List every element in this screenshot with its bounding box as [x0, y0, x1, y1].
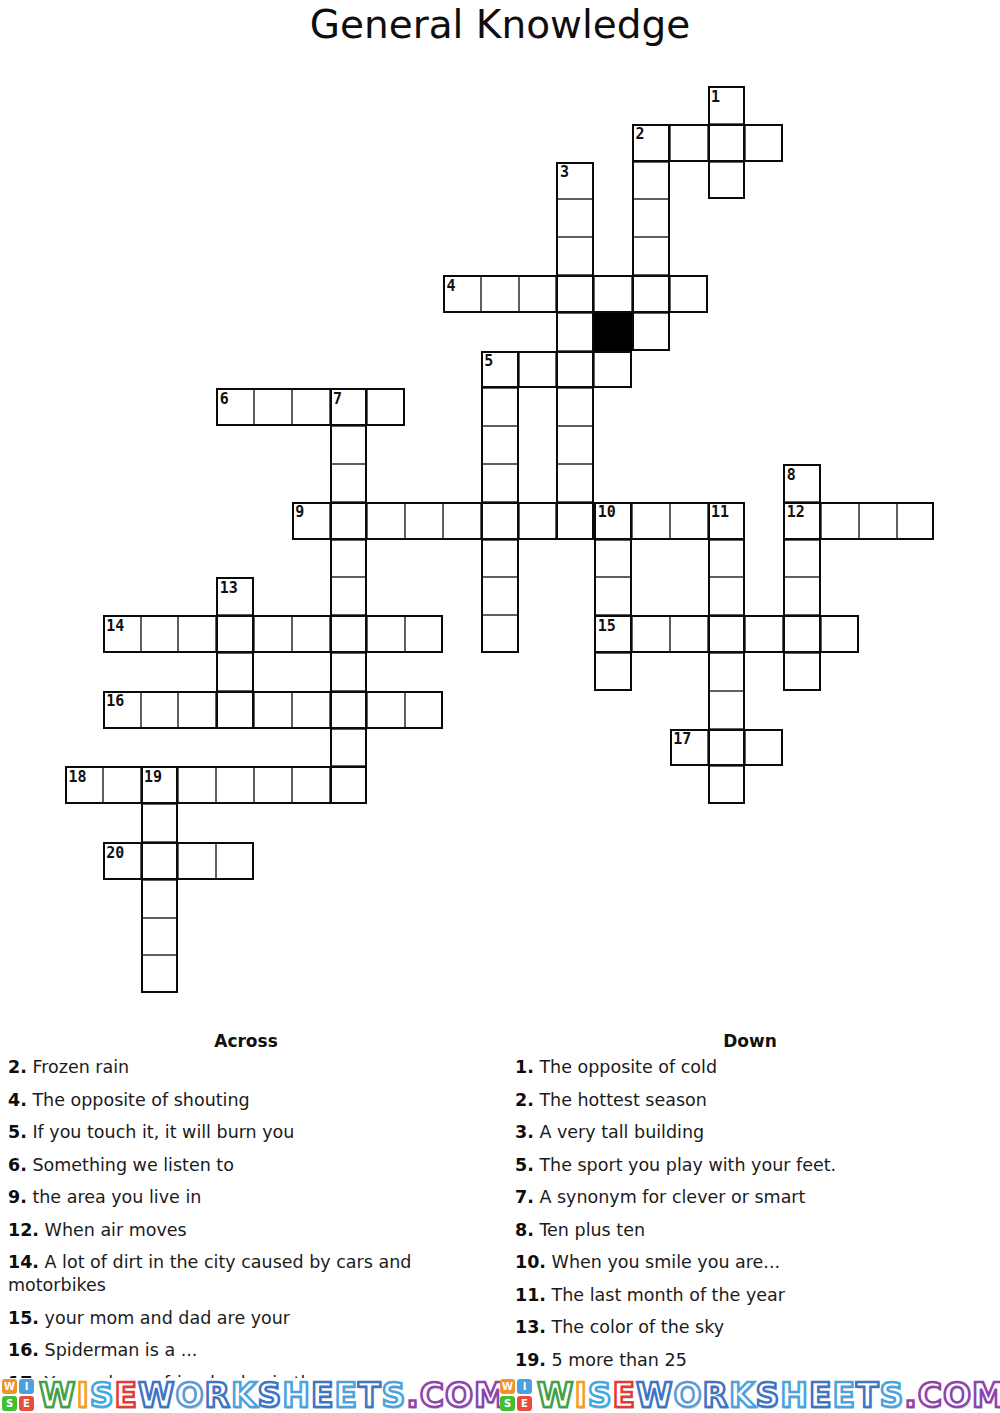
watermark-letter: I	[76, 1376, 89, 1413]
watermark-text: WISEWORKSHEETS.COM	[537, 1376, 1000, 1413]
cell-r17c16[interactable]	[670, 729, 708, 767]
cell-r14c17[interactable]	[708, 615, 746, 653]
cell-r16c2[interactable]	[141, 691, 179, 729]
cell-r18c17[interactable]	[708, 766, 746, 804]
cell-r11c14[interactable]	[594, 502, 632, 540]
clue-across-14: 14. A lot of dirt in the city caused by …	[8, 1251, 460, 1297]
cell-r5c10[interactable]	[443, 275, 481, 313]
cell-r10c19[interactable]	[783, 464, 821, 502]
cell-r16c4[interactable]	[216, 691, 254, 729]
cell-r20c2[interactable]	[141, 842, 179, 880]
logo-tile-I: I	[19, 1379, 34, 1394]
cell-r11c8[interactable]	[367, 502, 405, 540]
wiseworksheets-logo-icon: WISE	[2, 1379, 34, 1411]
cell-r12c7[interactable]	[330, 540, 368, 578]
cell-r15c7[interactable]	[330, 653, 368, 691]
watermark-letter: W	[138, 1376, 175, 1413]
cell-r9c11[interactable]	[481, 426, 519, 464]
cell-r13c17[interactable]	[708, 577, 746, 615]
cell-r16c7[interactable]	[330, 691, 368, 729]
watermark-letter: S	[755, 1376, 780, 1413]
clue-across-16: 16. Spiderman is a ...	[8, 1339, 460, 1362]
black-cell	[594, 313, 632, 351]
cell-r14c11[interactable]	[481, 615, 519, 653]
clue-down-19: 19. 5 more than 25	[515, 1349, 990, 1372]
cell-r11c19[interactable]	[783, 502, 821, 540]
watermark-letter: E	[334, 1376, 358, 1413]
clue-down-8: 8. Ten plus ten	[515, 1219, 990, 1242]
cell-r5c13[interactable]	[556, 275, 594, 313]
wiseworksheets-logo-icon: WISE	[500, 1379, 532, 1411]
watermark-letter: I	[574, 1376, 587, 1413]
cell-r7c13[interactable]	[556, 351, 594, 389]
across-clues: 2. Frozen rain4. The opposite of shoutin…	[8, 1056, 460, 1404]
watermark-letter: .	[406, 1376, 420, 1413]
cell-r14c1[interactable]	[103, 615, 141, 653]
cell-r4c13[interactable]	[556, 237, 594, 275]
watermark-letter: K	[231, 1376, 258, 1413]
cell-r8c7[interactable]	[330, 388, 368, 426]
cell-r11c9[interactable]	[405, 502, 443, 540]
clue-across-4: 4. The opposite of shouting	[8, 1089, 460, 1112]
cell-r5c11[interactable]	[481, 275, 519, 313]
watermark-letter: E	[114, 1376, 138, 1413]
cell-r14c3[interactable]	[178, 615, 216, 653]
watermark-letter: T	[358, 1376, 382, 1413]
cell-r8c8[interactable]	[367, 388, 405, 426]
down-header: Down	[500, 1031, 1000, 1051]
cell-r13c19[interactable]	[783, 577, 821, 615]
cell-r15c17[interactable]	[708, 653, 746, 691]
watermark-letter: H	[282, 1376, 311, 1413]
cell-r14c6[interactable]	[292, 615, 330, 653]
cell-r12c17[interactable]	[708, 540, 746, 578]
cell-r12c11[interactable]	[481, 540, 519, 578]
watermark-letter: C	[918, 1376, 943, 1413]
cell-r12c14[interactable]	[594, 540, 632, 578]
cell-r11c12[interactable]	[519, 502, 557, 540]
watermark-letter: O	[445, 1376, 474, 1413]
cell-r13c11[interactable]	[481, 577, 519, 615]
cell-r14c14[interactable]	[594, 615, 632, 653]
cell-r11c16[interactable]	[670, 502, 708, 540]
cell-r12c19[interactable]	[783, 540, 821, 578]
watermark-letter: S	[588, 1376, 613, 1413]
watermark-letter: W	[39, 1376, 76, 1413]
logo-tile-S: S	[500, 1396, 515, 1411]
watermark-letter: O	[175, 1376, 204, 1413]
cell-r5c15[interactable]	[632, 275, 670, 313]
cell-r17c18[interactable]	[745, 729, 783, 767]
cell-r18c2[interactable]	[141, 766, 179, 804]
watermark-letter: R	[702, 1376, 728, 1413]
watermark-letter: T	[856, 1376, 880, 1413]
clue-down-11: 11. The last month of the year	[515, 1284, 990, 1307]
watermark-letter: S	[880, 1376, 905, 1413]
cell-r10c7[interactable]	[330, 464, 368, 502]
watermark-letter: E	[809, 1376, 833, 1413]
cell-r11c7[interactable]	[330, 502, 368, 540]
cell-r16c17[interactable]	[708, 691, 746, 729]
watermark-letter: W	[537, 1376, 574, 1413]
cell-r22c2[interactable]	[141, 918, 179, 956]
cell-r14c7[interactable]	[330, 615, 368, 653]
clue-down-2: 2. The hottest season	[515, 1089, 990, 1112]
cell-r14c2[interactable]	[141, 615, 179, 653]
cell-r16c9[interactable]	[405, 691, 443, 729]
cell-r14c5[interactable]	[254, 615, 292, 653]
logo-tile-E: E	[19, 1396, 34, 1411]
watermark-letter: W	[636, 1376, 673, 1413]
cell-r15c19[interactable]	[783, 653, 821, 691]
cell-r14c16[interactable]	[670, 615, 708, 653]
cell-r5c16[interactable]	[670, 275, 708, 313]
cell-r11c15[interactable]	[632, 502, 670, 540]
cell-r5c14[interactable]	[594, 275, 632, 313]
watermark: WISE WISEWORKSHEETS.COM	[2, 1378, 497, 1412]
cell-r13c4[interactable]	[216, 577, 254, 615]
cell-r14c9[interactable]	[405, 615, 443, 653]
cell-r8c6[interactable]	[292, 388, 330, 426]
cell-r11c10[interactable]	[443, 502, 481, 540]
cell-r18c1[interactable]	[103, 766, 141, 804]
clue-across-12: 12. When air moves	[8, 1219, 460, 1242]
watermark-letter: .	[904, 1376, 918, 1413]
logo-tile-E: E	[517, 1396, 532, 1411]
cell-r2c13[interactable]	[556, 162, 594, 200]
clue-down-7: 7. A synonym for clever or smart	[515, 1186, 990, 1209]
logo-tile-S: S	[2, 1396, 17, 1411]
cell-r11c6[interactable]	[292, 502, 330, 540]
cell-r14c15[interactable]	[632, 615, 670, 653]
cell-r2c15[interactable]	[632, 162, 670, 200]
cell-r6c15[interactable]	[632, 313, 670, 351]
cell-r18c0[interactable]	[65, 766, 103, 804]
down-clues: 1. The opposite of cold2. The hottest se…	[515, 1056, 990, 1381]
cell-r2c17[interactable]	[708, 162, 746, 200]
logo-tile-I: I	[517, 1379, 532, 1394]
cell-r11c17[interactable]	[708, 502, 746, 540]
clue-down-13: 13. The color of the sky	[515, 1316, 990, 1339]
clue-across-15: 15. your mom and dad are your	[8, 1307, 460, 1330]
cell-r4c15[interactable]	[632, 237, 670, 275]
cell-r17c7[interactable]	[330, 729, 368, 767]
cell-r11c20[interactable]	[821, 502, 859, 540]
cell-r14c19[interactable]	[783, 615, 821, 653]
watermark-letter: C	[420, 1376, 445, 1413]
clue-across-5: 5. If you touch it, it will burn you	[8, 1121, 460, 1144]
watermark-letter: S	[90, 1376, 115, 1413]
clue-across-6: 6. Something we listen to	[8, 1154, 460, 1177]
cell-r1c15[interactable]	[632, 124, 670, 162]
watermark-letter: O	[943, 1376, 972, 1413]
cell-r1c17[interactable]	[708, 124, 746, 162]
watermark-letter: S	[382, 1376, 407, 1413]
cell-r15c14[interactable]	[594, 653, 632, 691]
crossword-grid: 1234567891011121314151617181920	[65, 86, 935, 994]
watermark-letter: S	[257, 1376, 282, 1413]
clue-across-9: 9. the area you live in	[8, 1186, 460, 1209]
watermark: WISE WISEWORKSHEETS.COM	[500, 1378, 998, 1412]
cell-r7c14[interactable]	[594, 351, 632, 389]
cell-r7c12[interactable]	[519, 351, 557, 389]
cell-r14c20[interactable]	[821, 615, 859, 653]
cell-r13c7[interactable]	[330, 577, 368, 615]
cell-r16c3[interactable]	[178, 691, 216, 729]
clue-down-5: 5. The sport you play with your feet.	[515, 1154, 990, 1177]
watermark-text: WISEWORKSHEETS.COM	[39, 1376, 508, 1413]
watermark-letter: E	[311, 1376, 335, 1413]
cell-r11c11[interactable]	[481, 502, 519, 540]
cell-r16c6[interactable]	[292, 691, 330, 729]
cell-r8c13[interactable]	[556, 388, 594, 426]
cell-r19c2[interactable]	[141, 804, 179, 842]
cell-r15c4[interactable]	[216, 653, 254, 691]
cell-r16c5[interactable]	[254, 691, 292, 729]
cell-r17c17[interactable]	[708, 729, 746, 767]
cell-r14c8[interactable]	[367, 615, 405, 653]
cell-r18c7[interactable]	[330, 766, 368, 804]
cell-r9c7[interactable]	[330, 426, 368, 464]
watermark-letter: H	[780, 1376, 809, 1413]
cell-r7c11[interactable]	[481, 351, 519, 389]
cell-r1c18[interactable]	[745, 124, 783, 162]
cell-r9c13[interactable]	[556, 426, 594, 464]
cell-r14c4[interactable]	[216, 615, 254, 653]
cell-r3c15[interactable]	[632, 199, 670, 237]
clue-across-2: 2. Frozen rain	[8, 1056, 460, 1079]
cell-r16c8[interactable]	[367, 691, 405, 729]
cell-r13c14[interactable]	[594, 577, 632, 615]
cell-r21c2[interactable]	[141, 880, 179, 918]
logo-tile-W: W	[2, 1379, 17, 1394]
cell-r16c1[interactable]	[103, 691, 141, 729]
cell-r18c3[interactable]	[178, 766, 216, 804]
cell-r11c22[interactable]	[897, 502, 935, 540]
clue-down-10: 10. When you smile you are...	[515, 1251, 990, 1274]
cell-r18c6[interactable]	[292, 766, 330, 804]
clue-down-1: 1. The opposite of cold	[515, 1056, 990, 1079]
cell-r11c13[interactable]	[556, 502, 594, 540]
cell-r8c11[interactable]	[481, 388, 519, 426]
cell-r20c3[interactable]	[178, 842, 216, 880]
clue-down-3: 3. A very tall building	[515, 1121, 990, 1144]
watermark-letter: O	[673, 1376, 702, 1413]
watermark-letter: M	[972, 1376, 1000, 1413]
cell-r14c18[interactable]	[745, 615, 783, 653]
cell-r8c5[interactable]	[254, 388, 292, 426]
cell-r1c16[interactable]	[670, 124, 708, 162]
cell-r10c11[interactable]	[481, 464, 519, 502]
cell-r0c17[interactable]	[708, 86, 746, 124]
cell-r18c5[interactable]	[254, 766, 292, 804]
cell-r6c13[interactable]	[556, 313, 594, 351]
cell-r10c13[interactable]	[556, 464, 594, 502]
worksheet-page: General Knowledge 1234567891011121314151…	[0, 0, 1000, 1413]
page-title: General Knowledge	[0, 2, 1000, 47]
logo-tile-W: W	[500, 1379, 515, 1394]
cell-r5c12[interactable]	[519, 275, 557, 313]
watermark-letter: K	[729, 1376, 756, 1413]
cell-r3c13[interactable]	[556, 199, 594, 237]
across-header: Across	[0, 1031, 492, 1051]
cell-r18c4[interactable]	[216, 766, 254, 804]
watermark-letter: R	[204, 1376, 230, 1413]
cell-r23c2[interactable]	[141, 955, 179, 993]
cell-r8c4[interactable]	[216, 388, 254, 426]
cell-r20c4[interactable]	[216, 842, 254, 880]
watermark-letter: E	[832, 1376, 856, 1413]
watermark-letter: E	[612, 1376, 636, 1413]
cell-r11c21[interactable]	[859, 502, 897, 540]
cell-r20c1[interactable]	[103, 842, 141, 880]
